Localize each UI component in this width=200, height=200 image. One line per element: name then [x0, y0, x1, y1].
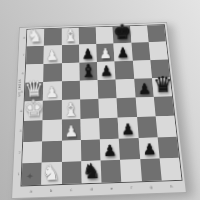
square-f7[interactable]: ♟ [114, 43, 133, 61]
piece-white-pawn-b7[interactable]: ♟ [43, 48, 61, 63]
square-c3[interactable]: ♟ [62, 119, 81, 140]
piece-white-pawn-b5[interactable]: ♟ [43, 85, 62, 100]
piece-white-knight-a8[interactable]: ♞ [26, 27, 44, 46]
square-b1[interactable]: ♞ [42, 162, 62, 185]
square-f2[interactable] [119, 138, 140, 160]
file-label-f: f [131, 185, 134, 190]
square-e4[interactable] [98, 98, 118, 118]
piece-white-bishop-c8[interactable]: ♝ [61, 27, 79, 45]
rank-label-2: 2 [18, 151, 22, 155]
file-label-h: h [170, 183, 174, 188]
square-g2[interactable]: ♟ [138, 137, 159, 159]
square-d2[interactable] [81, 139, 101, 161]
square-a2[interactable] [22, 141, 42, 163]
square-h2[interactable] [157, 136, 179, 158]
square-b6[interactable] [43, 63, 61, 82]
square-e3[interactable] [99, 118, 119, 139]
square-b5[interactable]: ♟ [43, 81, 61, 101]
file-label-a: a [30, 188, 34, 193]
piece-white-pawn-c3[interactable]: ♟ [61, 124, 81, 140]
piece-black-pawn-f7[interactable]: ♟ [114, 46, 132, 61]
chess-board-mat: ♞♝♚♟♟♟♟♝♟♛♟♟♛♚♝♟♟♟♟♞♞ US CHESS 87654321 … [11, 22, 187, 199]
square-f1[interactable] [120, 159, 141, 182]
piece-white-knight-b1[interactable]: ♞ [41, 162, 62, 183]
piece-black-knight-d1[interactable]: ♞ [81, 161, 102, 182]
square-b4[interactable] [43, 100, 62, 120]
square-c2[interactable] [62, 140, 82, 162]
square-g1[interactable] [140, 158, 162, 181]
piece-black-king-f8[interactable]: ♚ [113, 22, 131, 43]
square-g3[interactable] [137, 117, 158, 138]
square-e5[interactable] [98, 79, 117, 99]
square-h3[interactable] [155, 116, 176, 137]
square-h7[interactable] [148, 42, 167, 60]
square-a7[interactable] [26, 46, 44, 64]
square-b7[interactable]: ♟ [44, 45, 62, 63]
square-h1[interactable] [159, 158, 181, 181]
square-h4[interactable] [154, 96, 175, 116]
square-c8[interactable]: ♝ [61, 28, 78, 46]
square-d5[interactable] [80, 80, 99, 100]
piece-black-bishop-d6[interactable]: ♝ [79, 61, 98, 79]
piece-black-pawn-g2[interactable]: ♟ [139, 142, 159, 158]
piece-white-king-a4[interactable]: ♚ [23, 97, 43, 120]
square-f3[interactable]: ♟ [118, 117, 138, 138]
square-d6[interactable]: ♝ [79, 62, 97, 81]
piece-white-pawn-e7[interactable]: ♟ [96, 46, 114, 61]
square-e8[interactable] [96, 27, 114, 44]
piece-black-pawn-f3[interactable]: ♟ [118, 122, 138, 138]
square-h8[interactable] [147, 25, 166, 42]
square-c6[interactable] [61, 62, 79, 81]
file-label-d: d [90, 186, 94, 191]
square-e7[interactable]: ♟ [96, 44, 114, 62]
piece-black-pawn-e6[interactable]: ♟ [97, 64, 116, 79]
square-g7[interactable] [131, 42, 150, 60]
square-f8[interactable]: ♚ [113, 26, 131, 43]
square-h5[interactable]: ♛ [152, 77, 172, 97]
square-f4[interactable] [117, 98, 137, 118]
square-a8[interactable]: ♞ [27, 29, 45, 47]
square-e6[interactable]: ♟ [97, 61, 116, 80]
square-g6[interactable] [132, 60, 151, 79]
square-b3[interactable] [42, 120, 61, 141]
file-label-e: e [110, 185, 114, 190]
square-e1[interactable] [101, 160, 122, 183]
piece-black-queen-h5[interactable]: ♛ [153, 74, 172, 96]
square-b2[interactable] [42, 140, 62, 162]
square-f6[interactable] [115, 60, 134, 79]
square-e2[interactable]: ♟ [100, 138, 120, 160]
square-g4[interactable] [135, 97, 155, 117]
square-b8[interactable] [44, 28, 61, 46]
square-d4[interactable] [80, 99, 99, 119]
square-a4[interactable]: ♚ [24, 101, 43, 121]
square-f5[interactable] [116, 79, 135, 99]
square-d3[interactable] [80, 119, 100, 140]
chess-board[interactable]: ♞♝♚♟♟♟♟♝♟♛♟♟♛♚♝♟♟♟♟♞♞ [22, 25, 182, 186]
piece-white-bishop-c4[interactable]: ♝ [61, 100, 80, 119]
file-label-b: b [50, 188, 54, 193]
file-label-g: g [150, 184, 154, 189]
square-d8[interactable] [79, 27, 97, 45]
photo-canvas: ♞♝♚♟♟♟♟♝♟♛♟♟♛♚♝♟♟♟♟♞♞ US CHESS 87654321 … [0, 0, 200, 200]
square-c1[interactable] [62, 161, 82, 184]
piece-black-pawn-e2[interactable]: ♟ [100, 143, 120, 159]
square-g5[interactable]: ♟ [134, 78, 154, 98]
square-c4[interactable]: ♝ [62, 99, 81, 119]
square-a3[interactable] [23, 121, 43, 142]
square-d1[interactable]: ♞ [81, 160, 101, 183]
square-c7[interactable] [61, 45, 79, 63]
file-label-c: c [70, 187, 73, 192]
square-g8[interactable] [130, 25, 149, 42]
piece-black-pawn-g5[interactable]: ♟ [135, 82, 154, 97]
